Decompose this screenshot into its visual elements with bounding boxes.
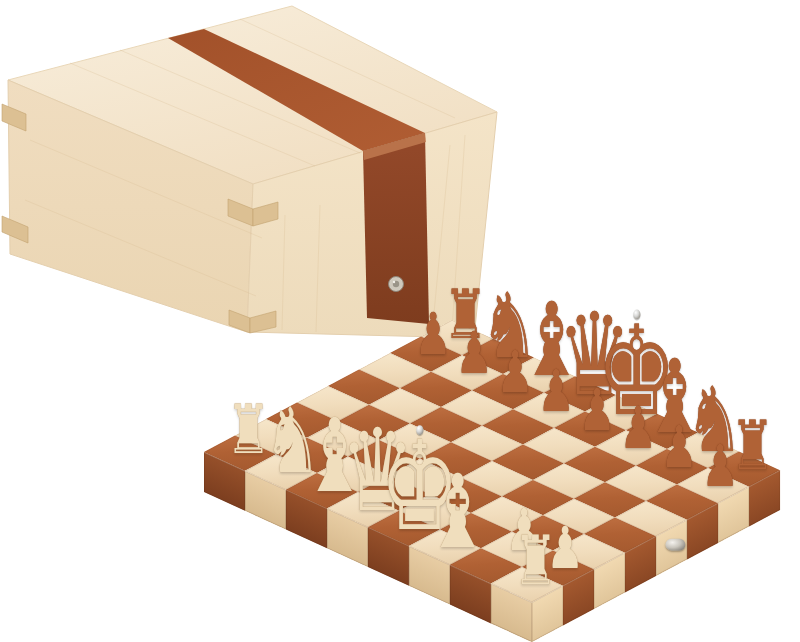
board-grid: ♜♞♝♛♚♝♞♜♟♟♟♟♟♟♟♟♜♞♝♛♚♝♜♟♟ — [204, 320, 780, 602]
strap-snap-button-icon — [389, 277, 404, 292]
storage-box — [0, 0, 510, 350]
drawer-knob-icon — [665, 539, 685, 551]
leather-strap-front — [363, 133, 429, 324]
product-scene: ♜♞♝♛♚♝♞♜♟♟♟♟♟♟♟♟♜♞♝♛♚♝♜♟♟ — [0, 0, 800, 642]
